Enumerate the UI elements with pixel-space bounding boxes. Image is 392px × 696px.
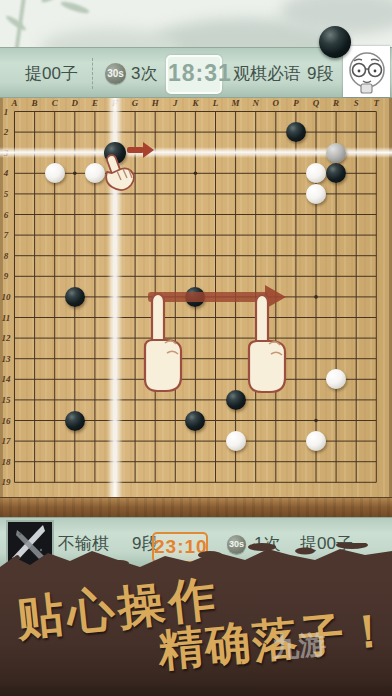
row-label: 4: [0, 168, 12, 178]
row-label: 2: [0, 127, 12, 137]
row-label: 6: [0, 210, 12, 220]
column-label: P: [290, 98, 302, 108]
stone-black-D10[interactable]: [65, 287, 85, 307]
row-label: 5: [0, 189, 12, 199]
row-label: 16: [0, 416, 12, 426]
row-label: 13: [0, 354, 12, 364]
column-label: M: [230, 98, 242, 108]
row-label: 8: [0, 251, 12, 261]
column-label: T: [370, 98, 382, 108]
row-label: 12: [0, 333, 12, 343]
top-player-name: 观棋必语: [233, 48, 301, 99]
stone-white-C4[interactable]: [45, 163, 65, 183]
byoyomi-stone-badge: 30s: [105, 63, 126, 84]
column-label: O: [270, 98, 282, 108]
stone-ghost-R3[interactable]: [326, 143, 346, 163]
row-label: 10: [0, 292, 12, 302]
top-captures-label: 提00子: [25, 48, 78, 99]
column-label: G: [129, 98, 141, 108]
stone-white-Q17[interactable]: [306, 431, 326, 451]
column-label: J: [169, 98, 181, 108]
row-label: 1: [0, 107, 12, 117]
divider: [92, 58, 93, 89]
bamboo-leaf: [4, 14, 27, 33]
bamboo-leaf: [60, 0, 91, 15]
column-label: R: [330, 98, 342, 108]
row-label: 7: [0, 230, 12, 240]
column-label: E: [89, 98, 101, 108]
go-board[interactable]: ABCDEFGHJKLMNOPQRST123456789101112131415…: [0, 98, 392, 517]
column-label: L: [210, 98, 222, 108]
meme-face-icon: [345, 48, 388, 95]
top-player-avatar[interactable]: [343, 46, 390, 97]
watermark-logo: 九游: [271, 626, 327, 666]
column-label: D: [69, 98, 81, 108]
stone-black-P2[interactable]: [286, 122, 306, 142]
row-label: 15: [0, 395, 12, 405]
row-label: 9: [0, 271, 12, 281]
row-label: 17: [0, 436, 12, 446]
tap-arrow-head-icon: [143, 142, 154, 158]
row-label: 18: [0, 457, 12, 467]
tap-hand-icon: [100, 154, 140, 198]
black-stone-turn-indicator-icon: [319, 26, 351, 58]
swipe-finger-left-icon: [133, 291, 188, 402]
row-label: 19: [0, 477, 12, 487]
swipe-finger-right-icon: [237, 292, 292, 403]
top-periods-label: 3次: [131, 48, 157, 99]
column-label: S: [350, 98, 362, 108]
stone-white-Q5[interactable]: [306, 184, 326, 204]
board-bottom-wood-edge: [0, 497, 392, 518]
tap-arrow-bar: [127, 147, 144, 153]
column-label: C: [49, 98, 61, 108]
column-label: N: [250, 98, 262, 108]
top-clock: 18:31: [166, 55, 222, 94]
stone-white-M17[interactable]: [226, 431, 246, 451]
row-label: 14: [0, 374, 12, 384]
stone-black-D16[interactable]: [65, 411, 85, 431]
column-label: K: [189, 98, 201, 108]
column-label: Q: [310, 98, 322, 108]
stone-black-K16[interactable]: [185, 411, 205, 431]
row-label: 11: [0, 313, 12, 323]
column-label: B: [29, 98, 41, 108]
column-label: H: [149, 98, 161, 108]
